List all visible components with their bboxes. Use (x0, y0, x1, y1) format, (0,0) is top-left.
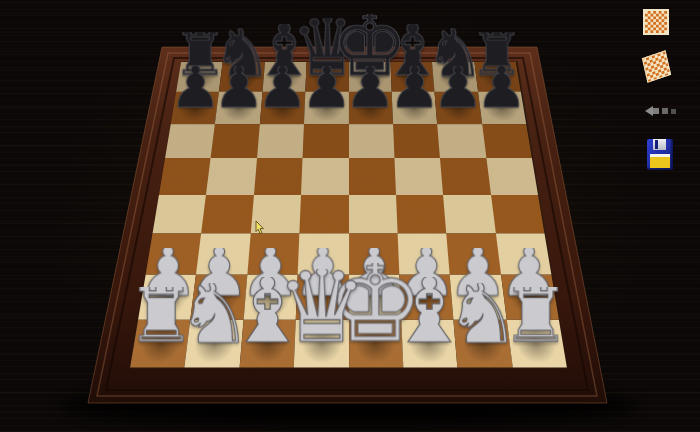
square-b5[interactable] (206, 158, 256, 194)
square-a6[interactable] (165, 124, 215, 158)
square-g5[interactable] (440, 158, 490, 194)
save-game-button[interactable] (647, 139, 673, 170)
square-e7[interactable]: ♟ (349, 92, 393, 124)
back-arrow-dash-small (671, 109, 676, 114)
square-e6[interactable] (349, 124, 395, 158)
square-b6[interactable] (211, 124, 260, 158)
mouse-cursor (255, 221, 266, 236)
square-h7[interactable]: ♟ (478, 92, 526, 124)
floppy-disk-icon (647, 139, 673, 170)
square-g4[interactable] (443, 195, 495, 234)
square-c6[interactable] (257, 124, 304, 158)
back-arrow-bar (653, 108, 659, 114)
square-b4[interactable] (202, 195, 254, 234)
square-g7[interactable]: ♟ (435, 92, 482, 124)
piece-black-pawn-h7[interactable]: ♟ (476, 66, 527, 108)
square-f4[interactable] (396, 195, 447, 234)
square-d6[interactable] (303, 124, 349, 158)
square-a4[interactable] (153, 195, 207, 234)
square-d4[interactable] (300, 195, 349, 234)
back-arrow-dash (662, 108, 668, 114)
square-h5[interactable] (486, 158, 538, 194)
square-b1[interactable]: ♞ (185, 319, 244, 367)
back-arrow-icon (645, 106, 653, 116)
chess-board: ♜♞♝♛♚♝♞♜♟♟♟♟♟♟♟♟♟♟♟♟♟♟♟♟♜♞♝♛♚♝♞♜ (130, 62, 567, 368)
floppy-slot (655, 140, 658, 149)
square-e4[interactable] (349, 195, 398, 234)
square-c5[interactable] (254, 158, 303, 194)
undo-move-button[interactable] (645, 103, 677, 119)
square-c7[interactable]: ♟ (260, 92, 306, 124)
chess-app-window: ♜♞♝♛♚♝♞♜♟♟♟♟♟♟♟♟♟♟♟♟♟♟♟♟♜♞♝♛♚♝♞♜ (0, 0, 700, 432)
board-scene: ♜♞♝♛♚♝♞♜♟♟♟♟♟♟♟♟♟♟♟♟♟♟♟♟♜♞♝♛♚♝♞♜ (159, 5, 538, 384)
floppy-shutter (653, 139, 667, 150)
board-3d-view-button[interactable] (642, 52, 672, 82)
square-g1[interactable]: ♞ (454, 319, 513, 367)
square-g6[interactable] (437, 124, 486, 158)
board-2d-view-button[interactable] (643, 9, 669, 35)
checkerboard-tilted-icon (642, 50, 671, 83)
square-h4[interactable] (491, 195, 545, 234)
piece-white-queen-d1[interactable]: ♛ (276, 269, 367, 344)
square-e5[interactable] (349, 158, 396, 194)
square-a5[interactable] (159, 158, 211, 194)
square-f6[interactable] (393, 124, 440, 158)
square-h6[interactable] (482, 124, 532, 158)
square-f5[interactable] (394, 158, 443, 194)
piece-white-knight-g1[interactable]: ♞ (445, 282, 520, 344)
piece-white-knight-b1[interactable]: ♞ (177, 282, 252, 344)
square-d7[interactable]: ♟ (304, 92, 348, 124)
floppy-label (650, 154, 670, 168)
square-a7[interactable]: ♟ (171, 92, 219, 124)
square-b7[interactable]: ♟ (215, 92, 262, 124)
square-d5[interactable] (301, 158, 348, 194)
checkerboard-flat-icon (643, 9, 669, 35)
square-f7[interactable]: ♟ (392, 92, 438, 124)
square-d1[interactable]: ♛ (294, 319, 349, 367)
